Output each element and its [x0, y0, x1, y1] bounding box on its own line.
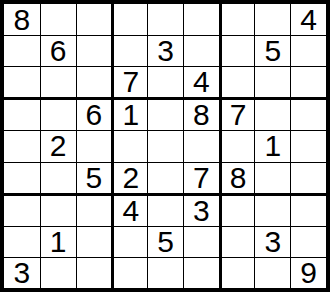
cell-r4c2[interactable] [40, 97, 76, 130]
cell-r2c7[interactable] [219, 35, 255, 66]
cell-r3c4[interactable]: 7 [111, 66, 147, 97]
cell-r5c2[interactable]: 2 [40, 130, 76, 161]
cell-r8c5[interactable]: 5 [147, 226, 183, 257]
cell-r2c8[interactable]: 5 [254, 35, 290, 66]
cell-r2c9[interactable] [290, 35, 326, 66]
cell-r7c3[interactable] [76, 193, 112, 226]
cell-r8c3[interactable] [76, 226, 112, 257]
cell-r6c5[interactable] [147, 162, 183, 193]
cell-r9c6[interactable] [183, 257, 219, 288]
sudoku-board: 846357461872152784315339 [0, 0, 330, 292]
cell-r1c7[interactable] [219, 4, 255, 35]
cell-r6c6[interactable]: 7 [183, 162, 219, 193]
cell-r1c5[interactable] [147, 4, 183, 35]
cell-r4c5[interactable] [147, 97, 183, 130]
cell-r1c8[interactable] [254, 4, 290, 35]
cell-r7c4[interactable]: 4 [111, 193, 147, 226]
cell-r8c1[interactable] [4, 226, 40, 257]
cell-r1c1[interactable]: 8 [4, 4, 40, 35]
cell-r4c4[interactable]: 1 [111, 97, 147, 130]
cell-r8c9[interactable] [290, 226, 326, 257]
cell-r2c2[interactable]: 6 [40, 35, 76, 66]
cell-r4c1[interactable] [4, 97, 40, 130]
cell-r8c2[interactable]: 1 [40, 226, 76, 257]
cell-r6c4[interactable]: 2 [111, 162, 147, 193]
cell-r9c2[interactable] [40, 257, 76, 288]
cell-r6c9[interactable] [290, 162, 326, 193]
cell-r9c9[interactable]: 9 [290, 257, 326, 288]
cell-r8c4[interactable] [111, 226, 147, 257]
cell-r2c5[interactable]: 3 [147, 35, 183, 66]
cell-r6c7[interactable]: 8 [219, 162, 255, 193]
cell-r3c2[interactable] [40, 66, 76, 97]
cell-r9c1[interactable]: 3 [4, 257, 40, 288]
cell-r7c6[interactable]: 3 [183, 193, 219, 226]
cell-r8c8[interactable]: 3 [254, 226, 290, 257]
cell-r1c4[interactable] [111, 4, 147, 35]
cell-r5c3[interactable] [76, 130, 112, 161]
cell-r8c6[interactable] [183, 226, 219, 257]
cell-r7c1[interactable] [4, 193, 40, 226]
cell-r3c8[interactable] [254, 66, 290, 97]
cell-r9c3[interactable] [76, 257, 112, 288]
cell-r3c5[interactable] [147, 66, 183, 97]
cell-r2c3[interactable] [76, 35, 112, 66]
cell-r1c2[interactable] [40, 4, 76, 35]
cell-r5c8[interactable]: 1 [254, 130, 290, 161]
cell-r7c7[interactable] [219, 193, 255, 226]
cell-r1c3[interactable] [76, 4, 112, 35]
cell-r7c2[interactable] [40, 193, 76, 226]
cell-r4c6[interactable]: 8 [183, 97, 219, 130]
cell-r9c4[interactable] [111, 257, 147, 288]
cell-r3c3[interactable] [76, 66, 112, 97]
cell-r6c1[interactable] [4, 162, 40, 193]
cell-r6c3[interactable]: 5 [76, 162, 112, 193]
cell-r2c6[interactable] [183, 35, 219, 66]
cell-r2c4[interactable] [111, 35, 147, 66]
cell-r5c9[interactable] [290, 130, 326, 161]
cell-r7c8[interactable] [254, 193, 290, 226]
cell-r4c7[interactable]: 7 [219, 97, 255, 130]
cell-r6c2[interactable] [40, 162, 76, 193]
cell-r1c6[interactable] [183, 4, 219, 35]
cell-r4c8[interactable] [254, 97, 290, 130]
cell-r6c8[interactable] [254, 162, 290, 193]
cell-r5c7[interactable] [219, 130, 255, 161]
cell-r5c1[interactable] [4, 130, 40, 161]
cell-r2c1[interactable] [4, 35, 40, 66]
cell-r4c9[interactable] [290, 97, 326, 130]
cell-r3c7[interactable] [219, 66, 255, 97]
cell-r3c1[interactable] [4, 66, 40, 97]
cell-r7c9[interactable] [290, 193, 326, 226]
cell-r5c5[interactable] [147, 130, 183, 161]
cell-r3c6[interactable]: 4 [183, 66, 219, 97]
cell-r9c8[interactable] [254, 257, 290, 288]
cell-r7c5[interactable] [147, 193, 183, 226]
cell-r3c9[interactable] [290, 66, 326, 97]
cell-r5c6[interactable] [183, 130, 219, 161]
cell-r9c7[interactable] [219, 257, 255, 288]
cell-r9c5[interactable] [147, 257, 183, 288]
cell-r5c4[interactable] [111, 130, 147, 161]
cell-r1c9[interactable]: 4 [290, 4, 326, 35]
cell-r4c3[interactable]: 6 [76, 97, 112, 130]
cell-r8c7[interactable] [219, 226, 255, 257]
